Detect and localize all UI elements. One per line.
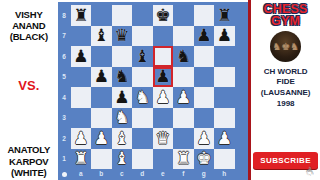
white-knight-d4: ♞	[135, 89, 150, 106]
square-b4	[91, 87, 112, 108]
black-pawn-b5: ♟	[94, 68, 109, 85]
black-bishop-d6: ♝	[135, 48, 150, 65]
file-label-d: d	[132, 169, 153, 180]
players-panel: VISHY ANAND (BLACK) VS. ANATOLY KARPOV (…	[0, 0, 58, 180]
square-h8: ♜	[214, 5, 235, 26]
black-knight-c5: ♞	[114, 68, 129, 85]
chess-pieces-badge-icon: ♞♚♞	[270, 31, 301, 62]
white-pawn-e4: ♟	[155, 89, 170, 106]
rank-label-4: 4	[58, 87, 71, 108]
square-b8	[91, 5, 112, 26]
square-d5	[132, 67, 153, 88]
rank-label-5: 5	[58, 67, 71, 88]
square-b7: ♝	[91, 26, 112, 47]
square-h7: ♟	[214, 26, 235, 47]
square-e8: ♚	[153, 5, 174, 26]
subscribe-label: SUBSCRIBE	[260, 156, 311, 165]
rank-label-1: 1	[58, 149, 71, 170]
file-label-b: b	[91, 169, 112, 180]
file-label-a: a	[71, 169, 92, 180]
square-e6	[153, 46, 174, 67]
square-f6: ♞	[173, 46, 194, 67]
square-c3: ♞	[112, 108, 133, 129]
square-d1	[132, 149, 153, 170]
subscribe-button[interactable]: SUBSCRIBE ☝	[253, 152, 318, 169]
square-h5	[214, 67, 235, 88]
black-rook-a8: ♜	[73, 7, 88, 24]
square-h4	[214, 87, 235, 108]
square-g1: ♚	[194, 149, 215, 170]
black-player-name: VISHY ANAND (BLACK)	[10, 9, 48, 43]
square-b6	[91, 46, 112, 67]
event-line3: (LAUSANNE)	[261, 88, 311, 99]
white-knight-c3: ♞	[114, 109, 129, 126]
white-player-name: ANATOLY KARPOV (WHITE)	[7, 144, 50, 178]
square-e1	[153, 149, 174, 170]
square-a4	[71, 87, 92, 108]
rank-label-2: 2	[58, 128, 71, 149]
square-e7	[153, 26, 174, 47]
event-line4: 1998	[261, 99, 311, 110]
square-e2: ♛	[153, 128, 174, 149]
board-corner-dot	[62, 172, 67, 177]
vs-label: VS.	[18, 78, 39, 93]
square-g6	[194, 46, 215, 67]
square-g3	[194, 108, 215, 129]
square-f2	[173, 128, 194, 149]
square-h3	[214, 108, 235, 129]
file-label-f: f	[173, 169, 194, 180]
event-line1: CH WORLD	[261, 67, 311, 78]
black-queen-c7: ♛	[114, 27, 129, 44]
white-pawn-f4: ♟	[176, 89, 191, 106]
square-c2: ♝	[112, 128, 133, 149]
white-pawn-g2: ♟	[196, 130, 211, 147]
white-rook-a1: ♜	[73, 150, 88, 167]
board-frame: 87654321 ♜♚♜♝♛♟♟♟♝♞♟♞♟♟♞♟♟♞♟♟♝♛♟♟♜♝♜♚ ab…	[58, 2, 248, 180]
white-rook-f1: ♜	[176, 150, 191, 167]
square-g2: ♟	[194, 128, 215, 149]
black-rook-h8: ♜	[217, 7, 232, 24]
square-e4: ♟	[153, 87, 174, 108]
rank-label-7: 7	[58, 26, 71, 47]
black-player-line1: VISHY	[10, 9, 48, 20]
rank-label-8: 8	[58, 5, 71, 26]
hand-cursor-icon: ☝	[304, 164, 315, 179]
square-f1: ♜	[173, 149, 194, 170]
square-f4: ♟	[173, 87, 194, 108]
square-g4	[194, 87, 215, 108]
square-g7: ♟	[194, 26, 215, 47]
file-label-e: e	[153, 169, 174, 180]
channel-name: CHESS GYM	[264, 3, 308, 28]
square-d4: ♞	[132, 87, 153, 108]
square-c5: ♞	[112, 67, 133, 88]
black-pawn-h7: ♟	[217, 27, 232, 44]
square-a5	[71, 67, 92, 88]
square-g5	[194, 67, 215, 88]
event-line2: FIDE	[261, 77, 311, 88]
square-d6: ♝	[132, 46, 153, 67]
file-labels: abcdefgh	[71, 169, 235, 180]
square-h1	[214, 149, 235, 170]
square-f3	[173, 108, 194, 129]
black-player-line2: ANAND	[10, 20, 48, 31]
square-f8	[173, 5, 194, 26]
black-player-color: (BLACK)	[10, 31, 48, 42]
black-pawn-c4: ♟	[114, 89, 129, 106]
square-a1: ♜	[71, 149, 92, 170]
white-bishop-c2: ♝	[114, 130, 129, 147]
white-king-g1: ♚	[196, 150, 211, 167]
white-player-line1: ANATOLY	[7, 144, 50, 155]
rank-label-3: 3	[58, 108, 71, 129]
file-label-g: g	[194, 169, 215, 180]
square-b1	[91, 149, 112, 170]
square-a3	[71, 108, 92, 129]
square-h6	[214, 46, 235, 67]
white-player-color: (WHITE)	[7, 167, 50, 178]
square-d3	[132, 108, 153, 129]
square-b3	[91, 108, 112, 129]
square-e3	[153, 108, 174, 129]
file-label-c: c	[112, 169, 133, 180]
channel-panel: CHESS GYM ♞♚♞ CH WORLD FIDE (LAUSANNE) 1…	[251, 0, 320, 180]
logo-glyphs: ♞♚♞	[272, 41, 299, 52]
rank-label-6: 6	[58, 46, 71, 67]
white-pawn-a2: ♟	[73, 130, 88, 147]
square-h2: ♟	[214, 128, 235, 149]
square-c1: ♝	[112, 149, 133, 170]
square-a6: ♟	[71, 46, 92, 67]
chess-board: ♜♚♜♝♛♟♟♟♝♞♟♞♟♟♞♟♟♞♟♟♝♛♟♟♜♝♜♚	[71, 5, 235, 169]
channel-name-line2: GYM	[264, 15, 308, 27]
square-a2: ♟	[71, 128, 92, 149]
black-pawn-a6: ♟	[73, 48, 88, 65]
square-e5: ♟	[153, 67, 174, 88]
square-a8: ♜	[71, 5, 92, 26]
square-b2: ♟	[91, 128, 112, 149]
black-knight-f6: ♞	[176, 48, 191, 65]
white-queen-e2: ♛	[155, 130, 170, 147]
white-player-line2: KARPOV	[7, 156, 50, 167]
white-pawn-b2: ♟	[94, 130, 109, 147]
square-d7	[132, 26, 153, 47]
square-f7	[173, 26, 194, 47]
video-thumbnail: VISHY ANAND (BLACK) VS. ANATOLY KARPOV (…	[0, 0, 320, 180]
square-b5: ♟	[91, 67, 112, 88]
black-pawn-g7: ♟	[196, 27, 211, 44]
square-g8	[194, 5, 215, 26]
black-bishop-b7: ♝	[94, 27, 109, 44]
white-pawn-h2: ♟	[217, 130, 232, 147]
black-king-e8: ♚	[155, 7, 170, 24]
square-d2	[132, 128, 153, 149]
file-label-h: h	[214, 169, 235, 180]
square-a7	[71, 26, 92, 47]
square-f5	[173, 67, 194, 88]
square-d8	[132, 5, 153, 26]
event-title: CH WORLD FIDE (LAUSANNE) 1998	[261, 67, 311, 110]
square-c6	[112, 46, 133, 67]
black-pawn-e5: ♟	[155, 68, 170, 85]
rank-labels: 87654321	[58, 5, 71, 169]
square-c7: ♛	[112, 26, 133, 47]
white-bishop-c1: ♝	[114, 150, 129, 167]
square-c8	[112, 5, 133, 26]
square-c4: ♟	[112, 87, 133, 108]
